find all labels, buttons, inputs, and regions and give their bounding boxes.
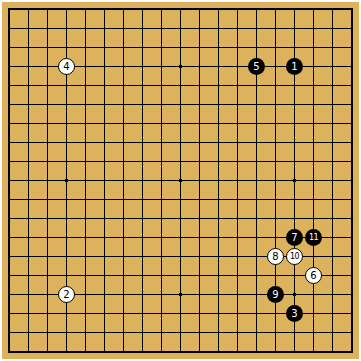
board-grid[interactable]: 1234567891011	[0, 0, 361, 361]
stone-move-7-Q7[interactable]: 7	[286, 229, 303, 246]
stone-move-9-P4[interactable]: 9	[267, 286, 284, 303]
stone-move-8-P6[interactable]: 8	[267, 248, 284, 265]
stone-move-2-D4[interactable]: 2	[58, 286, 75, 303]
stone-move-1-Q16[interactable]: 1	[286, 58, 303, 75]
stone-move-4-D16[interactable]: 4	[58, 58, 75, 75]
go-board: 1234567891011	[0, 0, 361, 361]
stone-move-11-R7[interactable]: 11	[305, 229, 322, 246]
stone-move-6-R5[interactable]: 6	[305, 267, 322, 284]
stone-move-10-Q6[interactable]: 10	[286, 248, 303, 265]
stone-move-5-O16[interactable]: 5	[248, 58, 265, 75]
stone-move-3-Q3[interactable]: 3	[286, 305, 303, 322]
